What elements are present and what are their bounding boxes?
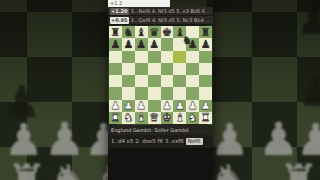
square-f5[interactable] bbox=[173, 63, 186, 75]
opening-name: Englund Gambit: Soller Gambit bbox=[111, 128, 189, 133]
square-e2[interactable]: ♟ bbox=[161, 100, 174, 112]
square-e8[interactable]: ♚ bbox=[161, 26, 174, 38]
black-pawn: ♟ bbox=[123, 39, 133, 50]
white-knight: ♞ bbox=[188, 112, 198, 123]
square-d1[interactable]: ♛ bbox=[148, 112, 161, 124]
move-list-text[interactable]: 1. d4 e5 2. dxe5 f6 3. exf6 bbox=[111, 139, 184, 145]
square-a7[interactable]: ♟ bbox=[109, 38, 122, 50]
square-d5[interactable] bbox=[148, 63, 161, 75]
square-c6[interactable] bbox=[135, 51, 148, 63]
engine-line-2[interactable]: +0.95 3...Qxf6 4. Nf3 d5 5. Nc3 Bb4 6. B… bbox=[108, 16, 213, 25]
square-g3[interactable] bbox=[186, 87, 199, 99]
analysis-panel: +1.2 +1.20 3...Nxf6 4. Nf3 d5 5. e3 Bd6 … bbox=[108, 0, 213, 180]
white-pawn: ♟ bbox=[111, 100, 121, 111]
eval-tooltip-value: +1.2 bbox=[110, 1, 122, 6]
square-a3[interactable] bbox=[109, 87, 122, 99]
white-pawn: ♟ bbox=[136, 100, 146, 111]
white-bishop: ♝ bbox=[136, 112, 146, 123]
white-queen: ♛ bbox=[149, 112, 159, 123]
black-pawn: ♟ bbox=[136, 39, 146, 50]
black-knight: ♞ bbox=[182, 35, 192, 46]
square-h1[interactable]: ♜ bbox=[199, 112, 212, 124]
square-f6[interactable]: ♞ bbox=[173, 51, 186, 63]
square-h8[interactable]: ♜ bbox=[199, 26, 212, 38]
square-b5[interactable] bbox=[122, 63, 135, 75]
square-e4[interactable] bbox=[161, 75, 174, 87]
square-d7[interactable]: ♟ bbox=[148, 38, 161, 50]
square-a5[interactable] bbox=[109, 63, 122, 75]
white-pawn: ♟ bbox=[175, 100, 185, 111]
square-g2[interactable]: ♟ bbox=[186, 100, 199, 112]
square-f3[interactable] bbox=[173, 87, 186, 99]
square-b4[interactable] bbox=[122, 75, 135, 87]
square-b6[interactable] bbox=[122, 51, 135, 63]
engine-line-1[interactable]: +1.20 3...Nxf6 4. Nf3 d5 5. e3 Bd6 6. Be… bbox=[108, 7, 213, 16]
black-bishop: ♝ bbox=[136, 27, 146, 38]
black-pawn: ♟ bbox=[111, 39, 121, 50]
square-g6[interactable] bbox=[186, 51, 199, 63]
square-c1[interactable]: ♝ bbox=[135, 112, 148, 124]
chess-board[interactable]: ♜♞♝♛♚♝♜♟♟♟♟♟♟♞♟♟♟♟♟♟♟♜♞♝♛♚♝♞♜ bbox=[109, 26, 212, 124]
square-a1[interactable]: ♜ bbox=[109, 112, 122, 124]
eval-badge-1: +1.20 bbox=[110, 8, 129, 15]
square-b2[interactable]: ♟ bbox=[122, 100, 135, 112]
black-knight: ♞ bbox=[123, 27, 133, 38]
opening-name-bar: Englund Gambit: Soller Gambit bbox=[108, 125, 213, 135]
square-c4[interactable] bbox=[135, 75, 148, 87]
black-pawn: ♟ bbox=[149, 39, 159, 50]
white-pawn: ♟ bbox=[201, 100, 211, 111]
square-c7[interactable]: ♟ bbox=[135, 38, 148, 50]
square-c8[interactable]: ♝ bbox=[135, 26, 148, 38]
square-a4[interactable] bbox=[109, 75, 122, 87]
square-e5[interactable] bbox=[161, 63, 174, 75]
white-pawn: ♟ bbox=[188, 100, 198, 111]
square-h6[interactable] bbox=[199, 51, 212, 63]
video-frame: ♟♟♟♜♞♝♟♟♟♞♜♟♟♟ +1.2 +1.20 3...Nxf6 4. Nf… bbox=[0, 0, 320, 180]
square-e1[interactable]: ♚ bbox=[161, 112, 174, 124]
black-queen: ♛ bbox=[149, 27, 159, 38]
engine-line-1-moves[interactable]: 3...Nxf6 4. Nf3 d5 5. e3 Bd6 6. Be2 O-O … bbox=[131, 9, 211, 14]
square-h7[interactable]: ♟ bbox=[199, 38, 212, 50]
square-e7[interactable] bbox=[161, 38, 174, 50]
square-a6[interactable] bbox=[109, 51, 122, 63]
white-rook: ♜ bbox=[111, 112, 121, 123]
square-h2[interactable]: ♟ bbox=[199, 100, 212, 112]
black-pawn: ♟ bbox=[201, 39, 211, 50]
square-f4[interactable] bbox=[173, 75, 186, 87]
square-g5[interactable] bbox=[186, 63, 199, 75]
square-d3[interactable] bbox=[148, 87, 161, 99]
square-h3[interactable] bbox=[199, 87, 212, 99]
square-h4[interactable] bbox=[199, 75, 212, 87]
square-c3[interactable] bbox=[135, 87, 148, 99]
square-f1[interactable]: ♝ bbox=[173, 112, 186, 124]
square-b7[interactable]: ♟ bbox=[122, 38, 135, 50]
square-e3[interactable] bbox=[161, 87, 174, 99]
square-c2[interactable]: ♟ bbox=[135, 100, 148, 112]
square-h5[interactable] bbox=[199, 63, 212, 75]
engine-line-2-moves[interactable]: 3...Qxf6 4. Nf3 d5 5. Nc3 Bb4 6. Bd2 Bxc… bbox=[131, 18, 211, 23]
square-d2[interactable] bbox=[148, 100, 161, 112]
white-rook: ♜ bbox=[201, 112, 211, 123]
black-rook: ♜ bbox=[201, 27, 211, 38]
square-a2[interactable]: ♟ bbox=[109, 100, 122, 112]
square-g4[interactable] bbox=[186, 75, 199, 87]
square-b3[interactable] bbox=[122, 87, 135, 99]
square-b8[interactable]: ♞ bbox=[122, 26, 135, 38]
black-rook: ♜ bbox=[111, 27, 121, 38]
eval-tooltip: +1.2 bbox=[108, 0, 170, 7]
white-bishop: ♝ bbox=[175, 112, 185, 123]
black-king: ♚ bbox=[162, 27, 172, 38]
white-pawn: ♟ bbox=[123, 100, 133, 111]
square-d8[interactable]: ♛ bbox=[148, 26, 161, 38]
square-g1[interactable]: ♞ bbox=[186, 112, 199, 124]
move-list[interactable]: 1. d4 e5 2. dxe5 f6 3. exf6 Nxf6 bbox=[108, 135, 213, 148]
square-c5[interactable] bbox=[135, 63, 148, 75]
square-f2[interactable]: ♟ bbox=[173, 100, 186, 112]
eval-badge-2: +0.95 bbox=[110, 17, 129, 24]
white-king: ♚ bbox=[162, 112, 172, 123]
white-pawn: ♟ bbox=[162, 100, 172, 111]
square-a8[interactable]: ♜ bbox=[109, 26, 122, 38]
panel-footer bbox=[108, 148, 213, 180]
square-d6[interactable] bbox=[148, 51, 161, 63]
square-b1[interactable]: ♞ bbox=[122, 112, 135, 124]
current-move-badge[interactable]: Nxf6 bbox=[186, 138, 203, 146]
square-e6[interactable] bbox=[161, 51, 174, 63]
square-d4[interactable] bbox=[148, 75, 161, 87]
white-knight: ♞ bbox=[123, 112, 133, 123]
